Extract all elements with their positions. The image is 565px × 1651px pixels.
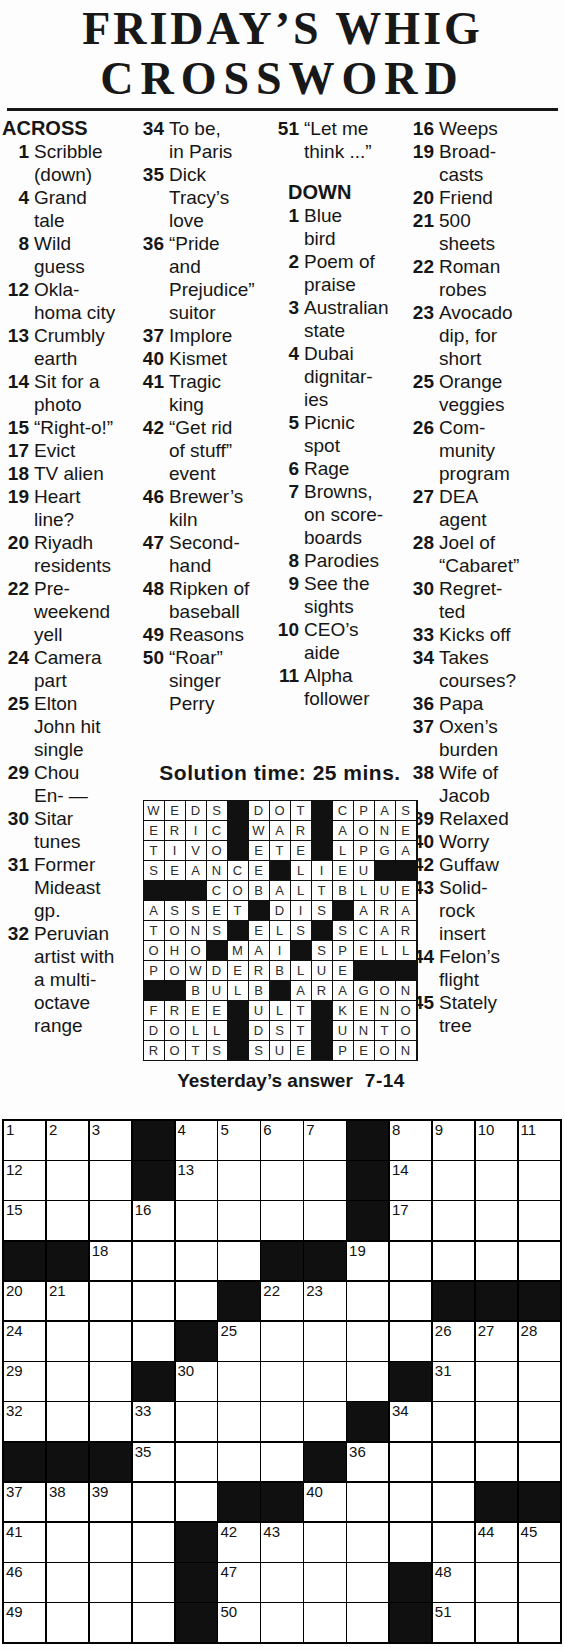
clue-text: Tragic king [169, 370, 221, 416]
grid-cell[interactable]: 16 [133, 1201, 174, 1240]
solution-cell: U [312, 961, 332, 980]
cell-number: 47 [220, 1563, 237, 1581]
clue-number: 16 [407, 117, 439, 140]
grid-cell[interactable] [47, 1322, 88, 1361]
clue-number: 23 [407, 301, 439, 324]
grid-cell[interactable] [519, 1443, 560, 1482]
grid-cell[interactable]: 50 [218, 1603, 259, 1642]
solution-cell: S [396, 801, 416, 820]
grid-cell[interactable] [133, 1483, 174, 1522]
grid-cell[interactable] [218, 1201, 259, 1240]
solution-cell: S [207, 1041, 227, 1060]
solution-cell-black [312, 921, 332, 940]
clue-down-30: 30Regret- ted [407, 577, 564, 623]
solution-cell: A [144, 901, 164, 920]
solution-cell: P [354, 801, 374, 820]
solution-cell-black [270, 861, 290, 880]
grid-cell[interactable] [133, 1322, 174, 1361]
solution-cell: U [375, 881, 395, 900]
clue-text: Regret- ted [439, 577, 502, 623]
solution-cell: A [270, 881, 290, 900]
cell-number: 15 [6, 1201, 23, 1219]
solution-cell: W [144, 801, 164, 820]
grid-cell[interactable] [390, 1443, 431, 1482]
grid-cell[interactable]: 40 [304, 1483, 345, 1522]
grid-cell[interactable]: 3 [90, 1121, 131, 1160]
solution-cell: O [165, 961, 185, 980]
grid-cell[interactable]: 45 [519, 1523, 560, 1562]
solution-cell: E [333, 961, 353, 980]
solution-cell-black [375, 961, 395, 980]
solution-cell: N [375, 821, 395, 840]
title-rule [7, 108, 558, 111]
grid-cell[interactable] [390, 1523, 431, 1562]
solution-cell-black [333, 901, 353, 920]
grid-cell-black [390, 1563, 431, 1602]
grid-cell[interactable] [476, 1242, 517, 1281]
grid-cell-black [347, 1121, 388, 1160]
solution-cell: O [270, 801, 290, 820]
grid-cell[interactable] [476, 1362, 517, 1401]
down-heading: DOWN [288, 181, 406, 204]
solution-cell: E [354, 1001, 374, 1020]
grid-cell[interactable]: 11 [519, 1121, 560, 1160]
grid-cell[interactable] [176, 1242, 217, 1281]
clue-text: “Get rid of stuff” event [169, 416, 232, 485]
grid-cell[interactable] [261, 1322, 302, 1361]
clue-across-20: 20Riyadh residents [2, 531, 135, 577]
clue-down-44: 44Felon’s flight [407, 945, 564, 991]
solution-cell: I [291, 901, 311, 920]
page-title: FRIDAY’S WHIG CROSSWORD [0, 4, 565, 104]
grid-cell[interactable] [133, 1523, 174, 1562]
cell-number: 31 [435, 1362, 452, 1380]
grid-cell[interactable]: 28 [519, 1322, 560, 1361]
clue-number: 49 [137, 623, 169, 646]
clue-text: Grand tale [34, 186, 87, 232]
grid-cell[interactable]: 9 [433, 1121, 474, 1160]
solution-block: Solution time: 25 mins. WEDSDOTCPASERICW… [139, 760, 421, 1092]
grid-cell[interactable] [476, 1402, 517, 1441]
grid-cell[interactable] [47, 1402, 88, 1441]
grid-cell[interactable] [433, 1402, 474, 1441]
grid-cell[interactable]: 17 [390, 1201, 431, 1240]
solution-cell: U [270, 1041, 290, 1060]
grid-cell[interactable] [390, 1483, 431, 1522]
solution-cell: T [270, 841, 290, 860]
solution-cell: A [186, 861, 206, 880]
grid-cell[interactable]: 15 [4, 1201, 45, 1240]
clue-number: 30 [407, 577, 439, 600]
solution-cell: P [333, 941, 353, 960]
cell-number: 20 [6, 1282, 23, 1300]
solution-cell: A [333, 981, 353, 1000]
grid-cell[interactable] [261, 1603, 302, 1642]
grid-cell[interactable]: 34 [390, 1402, 431, 1441]
grid-cell[interactable]: 37 [4, 1483, 45, 1522]
grid-cell[interactable] [390, 1322, 431, 1361]
solution-cell: N [207, 861, 227, 880]
grid-cell[interactable] [90, 1603, 131, 1642]
solution-cell-black [312, 801, 332, 820]
grid-cell[interactable] [47, 1563, 88, 1602]
clue-down-3: 3Australian state [272, 296, 406, 342]
grid-cell[interactable] [304, 1201, 345, 1240]
grid-cell[interactable] [218, 1242, 259, 1281]
grid-cell[interactable] [519, 1402, 560, 1441]
grid-cell[interactable] [519, 1201, 560, 1240]
cell-number: 7 [306, 1121, 314, 1139]
grid-cell[interactable] [304, 1322, 345, 1361]
cell-number: 46 [6, 1563, 23, 1581]
clue-text: Australian state [304, 296, 389, 342]
clue-across-18: 18TV alien [2, 462, 135, 485]
clue-text: Poem of praise [304, 250, 375, 296]
grid-cell[interactable]: 43 [261, 1523, 302, 1562]
grid-cell[interactable]: 14 [390, 1161, 431, 1200]
grid-cell[interactable] [90, 1201, 131, 1240]
clue-down-10: 10CEO’s aide [272, 618, 406, 664]
clue-across-41: 41Tragic king [137, 370, 271, 416]
grid-cell[interactable]: 12 [4, 1161, 45, 1200]
solution-cell: P [333, 1041, 353, 1060]
cell-number: 29 [6, 1362, 23, 1380]
grid-cell[interactable] [433, 1443, 474, 1482]
clue-text: Elton John hit single [34, 692, 101, 761]
grid-cell[interactable] [47, 1523, 88, 1562]
solution-cell: D [249, 801, 269, 820]
grid-cell[interactable] [476, 1201, 517, 1240]
clue-text: TV alien [34, 462, 104, 485]
clue-text: Wild guess [34, 232, 85, 278]
grid-cell[interactable] [433, 1523, 474, 1562]
cell-number: 8 [392, 1121, 400, 1139]
grid-cell-black [390, 1603, 431, 1642]
grid-cell[interactable]: 30 [176, 1362, 217, 1401]
grid-cell[interactable] [433, 1483, 474, 1522]
grid-cell[interactable]: 20 [4, 1282, 45, 1321]
grid-cell[interactable] [261, 1563, 302, 1602]
clue-number: 24 [2, 646, 34, 669]
grid-cell[interactable] [90, 1322, 131, 1361]
clue-across-12: 12Okla- homa city [2, 278, 135, 324]
grid-cell-black [47, 1242, 88, 1281]
clue-text: Alpha follower [304, 664, 369, 710]
clue-number: 11 [272, 664, 304, 687]
clue-number: 28 [407, 531, 439, 554]
grid-cell[interactable] [90, 1402, 131, 1441]
solution-cell: E [249, 861, 269, 880]
grid-cell[interactable]: 46 [4, 1563, 45, 1602]
solution-cell: C [354, 921, 374, 940]
grid-cell[interactable] [476, 1161, 517, 1200]
clue-text: Parodies [304, 549, 379, 572]
grid-cell[interactable] [304, 1402, 345, 1441]
solution-cell: I [312, 861, 332, 880]
grid-cell[interactable]: 2 [47, 1121, 88, 1160]
clue-down-27: 27DEA agent [407, 485, 564, 531]
clue-number: 2 [272, 250, 304, 273]
grid-cell[interactable] [519, 1242, 560, 1281]
grid-cell[interactable]: 44 [476, 1523, 517, 1562]
solution-cell: T [144, 841, 164, 860]
clue-down-42: 42Guffaw [407, 853, 564, 876]
grid-cell[interactable]: 38 [47, 1483, 88, 1522]
solution-cell: R [165, 1001, 185, 1020]
grid-cell[interactable]: 48 [433, 1563, 474, 1602]
grid-cell[interactable] [304, 1523, 345, 1562]
clue-number: 19 [407, 140, 439, 163]
grid-cell[interactable] [304, 1362, 345, 1401]
grid-cell[interactable] [347, 1523, 388, 1562]
clue-text: Okla- homa city [34, 278, 115, 324]
clue-number: 8 [272, 549, 304, 572]
clue-number: 41 [137, 370, 169, 393]
grid-cell[interactable] [519, 1603, 560, 1642]
grid-cell[interactable] [133, 1603, 174, 1642]
clue-number: 12 [2, 278, 34, 301]
clue-number: 37 [407, 715, 439, 738]
solution-cell: E [291, 1041, 311, 1060]
grid-cell[interactable]: 4 [176, 1121, 217, 1160]
grid-cell[interactable] [47, 1161, 88, 1200]
solution-grid: WEDSDOTCPASERICWARAONETIVOETELPGASEANCEL… [143, 800, 418, 1061]
solution-cell-black [312, 1021, 332, 1040]
grid-cell-black [47, 1443, 88, 1482]
grid-cell[interactable]: 26 [433, 1322, 474, 1361]
cell-number: 19 [349, 1242, 366, 1260]
solution-caption: Yesterday’s answer7-14 [139, 1070, 421, 1092]
grid-cell[interactable]: 29 [4, 1362, 45, 1401]
grid-cell[interactable] [304, 1161, 345, 1200]
grid-cell[interactable] [47, 1603, 88, 1642]
solution-cell-black [354, 961, 374, 980]
grid-cell[interactable]: 24 [4, 1322, 45, 1361]
grid-cell[interactable]: 13 [176, 1161, 217, 1200]
grid-cell[interactable]: 10 [476, 1121, 517, 1160]
grid-cell[interactable] [347, 1282, 388, 1321]
grid-cell[interactable]: 18 [90, 1242, 131, 1281]
solution-cell: T [375, 1021, 395, 1040]
clue-text: Dick Tracy’s love [169, 163, 229, 232]
grid-cell[interactable]: 22 [261, 1282, 302, 1321]
grid-cell[interactable]: 27 [476, 1322, 517, 1361]
grid-cell[interactable]: 19 [347, 1242, 388, 1281]
clue-number: 17 [2, 439, 34, 462]
solution-cell: N [396, 981, 416, 1000]
across-heading: ACROSS [2, 117, 135, 140]
grid-cell[interactable] [261, 1402, 302, 1441]
solution-cell-black [291, 941, 311, 960]
grid-cell[interactable]: 7 [304, 1121, 345, 1160]
solution-cell: L [186, 1021, 206, 1040]
grid-cell[interactable] [90, 1161, 131, 1200]
clue-down-26: 26Com- munity program [407, 416, 564, 485]
grid-cell[interactable] [133, 1563, 174, 1602]
grid-cell[interactable] [433, 1242, 474, 1281]
clue-number: 35 [137, 163, 169, 186]
grid-cell[interactable] [218, 1161, 259, 1200]
solution-cell: S [333, 921, 353, 940]
grid-cell[interactable] [218, 1402, 259, 1441]
grid-cell[interactable] [261, 1362, 302, 1401]
grid-cell[interactable] [347, 1483, 388, 1522]
cell-number: 34 [392, 1402, 409, 1420]
solution-cell: R [165, 821, 185, 840]
solution-cell: O [207, 841, 227, 860]
grid-cell[interactable] [218, 1443, 259, 1482]
grid-cell[interactable] [390, 1282, 431, 1321]
grid-cell[interactable]: 31 [433, 1362, 474, 1401]
grid-cell[interactable] [347, 1563, 388, 1602]
clue-down-33: 33Kicks off [407, 623, 564, 646]
clue-text: Browns, on score- boards [304, 480, 383, 549]
clue-text: Weeps [439, 117, 498, 140]
clue-number: 18 [2, 462, 34, 485]
grid-cell[interactable]: 6 [261, 1121, 302, 1160]
grid-cell[interactable] [347, 1362, 388, 1401]
grid-cell-black [133, 1121, 174, 1160]
solution-cell-black [228, 1001, 248, 1020]
grid-cell[interactable] [176, 1483, 217, 1522]
solution-cell: A [375, 801, 395, 820]
clue-across-30: 30Sitar tunes [2, 807, 135, 853]
grid-cell[interactable]: 47 [218, 1563, 259, 1602]
grid-cell[interactable] [176, 1443, 217, 1482]
grid-cell[interactable] [433, 1161, 474, 1200]
grid-cell[interactable] [218, 1362, 259, 1401]
cell-number: 44 [478, 1523, 495, 1541]
solution-cell-black [207, 941, 227, 960]
clue-down-34: 34Takes courses? [407, 646, 564, 692]
grid-cell[interactable] [261, 1443, 302, 1482]
clue-text: Oxen’s burden [439, 715, 498, 761]
grid-cell[interactable] [347, 1322, 388, 1361]
cell-number: 45 [521, 1523, 538, 1541]
solution-cell: N [186, 921, 206, 940]
grid-cell[interactable] [90, 1282, 131, 1321]
clue-text: Camera part [34, 646, 102, 692]
grid-cell[interactable]: 51 [433, 1603, 474, 1642]
clue-text: Second- hand [169, 531, 240, 577]
clue-number: 46 [137, 485, 169, 508]
clue-number: 1 [2, 140, 34, 163]
grid-cell[interactable] [176, 1402, 217, 1441]
grid-cell[interactable]: 23 [304, 1282, 345, 1321]
grid-cell[interactable] [90, 1563, 131, 1602]
grid-cell[interactable] [133, 1282, 174, 1321]
grid-cell[interactable]: 21 [47, 1282, 88, 1321]
clue-number: 25 [407, 370, 439, 393]
grid-cell-black [304, 1242, 345, 1281]
clue-down-20: 20Friend [407, 186, 564, 209]
grid-cell[interactable] [476, 1563, 517, 1602]
grid-cell[interactable]: 39 [90, 1483, 131, 1522]
solution-cell: T [144, 921, 164, 940]
solution-cell: E [333, 861, 353, 880]
clue-across-17: 17Evict [2, 439, 135, 462]
solution-cell: S [165, 901, 185, 920]
grid-cell[interactable]: 33 [133, 1402, 174, 1441]
clue-down-36: 36Papa [407, 692, 564, 715]
solution-cell: C [207, 821, 227, 840]
grid-cell[interactable] [261, 1201, 302, 1240]
clue-number: 47 [137, 531, 169, 554]
clue-down-28: 28Joel of “Cabaret” [407, 531, 564, 577]
grid-cell[interactable] [47, 1201, 88, 1240]
clue-number: 26 [407, 416, 439, 439]
grid-cell[interactable]: 25 [218, 1322, 259, 1361]
clue-number: 31 [2, 853, 34, 876]
cell-number: 28 [521, 1322, 538, 1340]
grid-cell[interactable]: 8 [390, 1121, 431, 1160]
solution-cell: T [228, 901, 248, 920]
grid-cell[interactable] [304, 1603, 345, 1642]
grid-cell[interactable]: 41 [4, 1523, 45, 1562]
clue-across-4: 4Grand tale [2, 186, 135, 232]
cell-number: 17 [392, 1201, 409, 1219]
clue-text: Joel of “Cabaret” [439, 531, 519, 577]
grid-cell[interactable]: 5 [218, 1121, 259, 1160]
page-title-line1: FRIDAY’S WHIG [0, 4, 565, 54]
grid-cell[interactable] [390, 1242, 431, 1281]
cell-number: 41 [6, 1523, 23, 1541]
clue-number: 32 [2, 922, 34, 945]
grid-cell-black [304, 1443, 345, 1482]
grid-cell[interactable] [304, 1563, 345, 1602]
grid-cell[interactable] [347, 1603, 388, 1642]
solution-cell: A [270, 821, 290, 840]
grid-cell[interactable]: 36 [347, 1443, 388, 1482]
clue-text: Solid- rock insert [439, 876, 488, 945]
grid-cell[interactable] [433, 1201, 474, 1240]
grid-cell[interactable] [519, 1563, 560, 1602]
grid-cell[interactable]: 49 [4, 1603, 45, 1642]
clue-text: Evict [34, 439, 75, 462]
grid-cell[interactable]: 35 [133, 1443, 174, 1482]
clue-across-48: 48Ripken of baseball [137, 577, 271, 623]
grid-cell[interactable] [176, 1282, 217, 1321]
grid-cell[interactable] [476, 1443, 517, 1482]
grid-cell[interactable] [47, 1362, 88, 1401]
solution-cell: E [186, 1001, 206, 1020]
grid-cell[interactable] [176, 1201, 217, 1240]
grid-cell[interactable] [261, 1161, 302, 1200]
clue-down-8: 8Parodies [272, 549, 406, 572]
grid-cell[interactable]: 32 [4, 1402, 45, 1441]
solution-cell-black [228, 841, 248, 860]
grid-cell[interactable] [90, 1362, 131, 1401]
cell-number: 26 [435, 1322, 452, 1340]
solution-cell: T [291, 1021, 311, 1040]
grid-cell[interactable] [133, 1242, 174, 1281]
grid-cell[interactable] [519, 1161, 560, 1200]
solution-cell: E [396, 881, 416, 900]
solution-cell: S [291, 921, 311, 940]
grid-cell[interactable]: 1 [4, 1121, 45, 1160]
clue-text: Chou En- — [34, 761, 88, 807]
grid-cell[interactable] [90, 1523, 131, 1562]
clue-number: 51 [272, 117, 304, 140]
solution-cell: D [249, 1021, 269, 1040]
solution-cell: E [396, 821, 416, 840]
cell-number: 35 [135, 1443, 152, 1461]
clue-across-37: 37Implore [137, 324, 271, 347]
grid-cell[interactable]: 42 [218, 1523, 259, 1562]
grid-cell[interactable] [519, 1362, 560, 1401]
clue-column-4: 16Weeps19Broad- casts20Friend21500 sheet… [407, 117, 564, 1037]
grid-cell[interactable] [476, 1603, 517, 1642]
